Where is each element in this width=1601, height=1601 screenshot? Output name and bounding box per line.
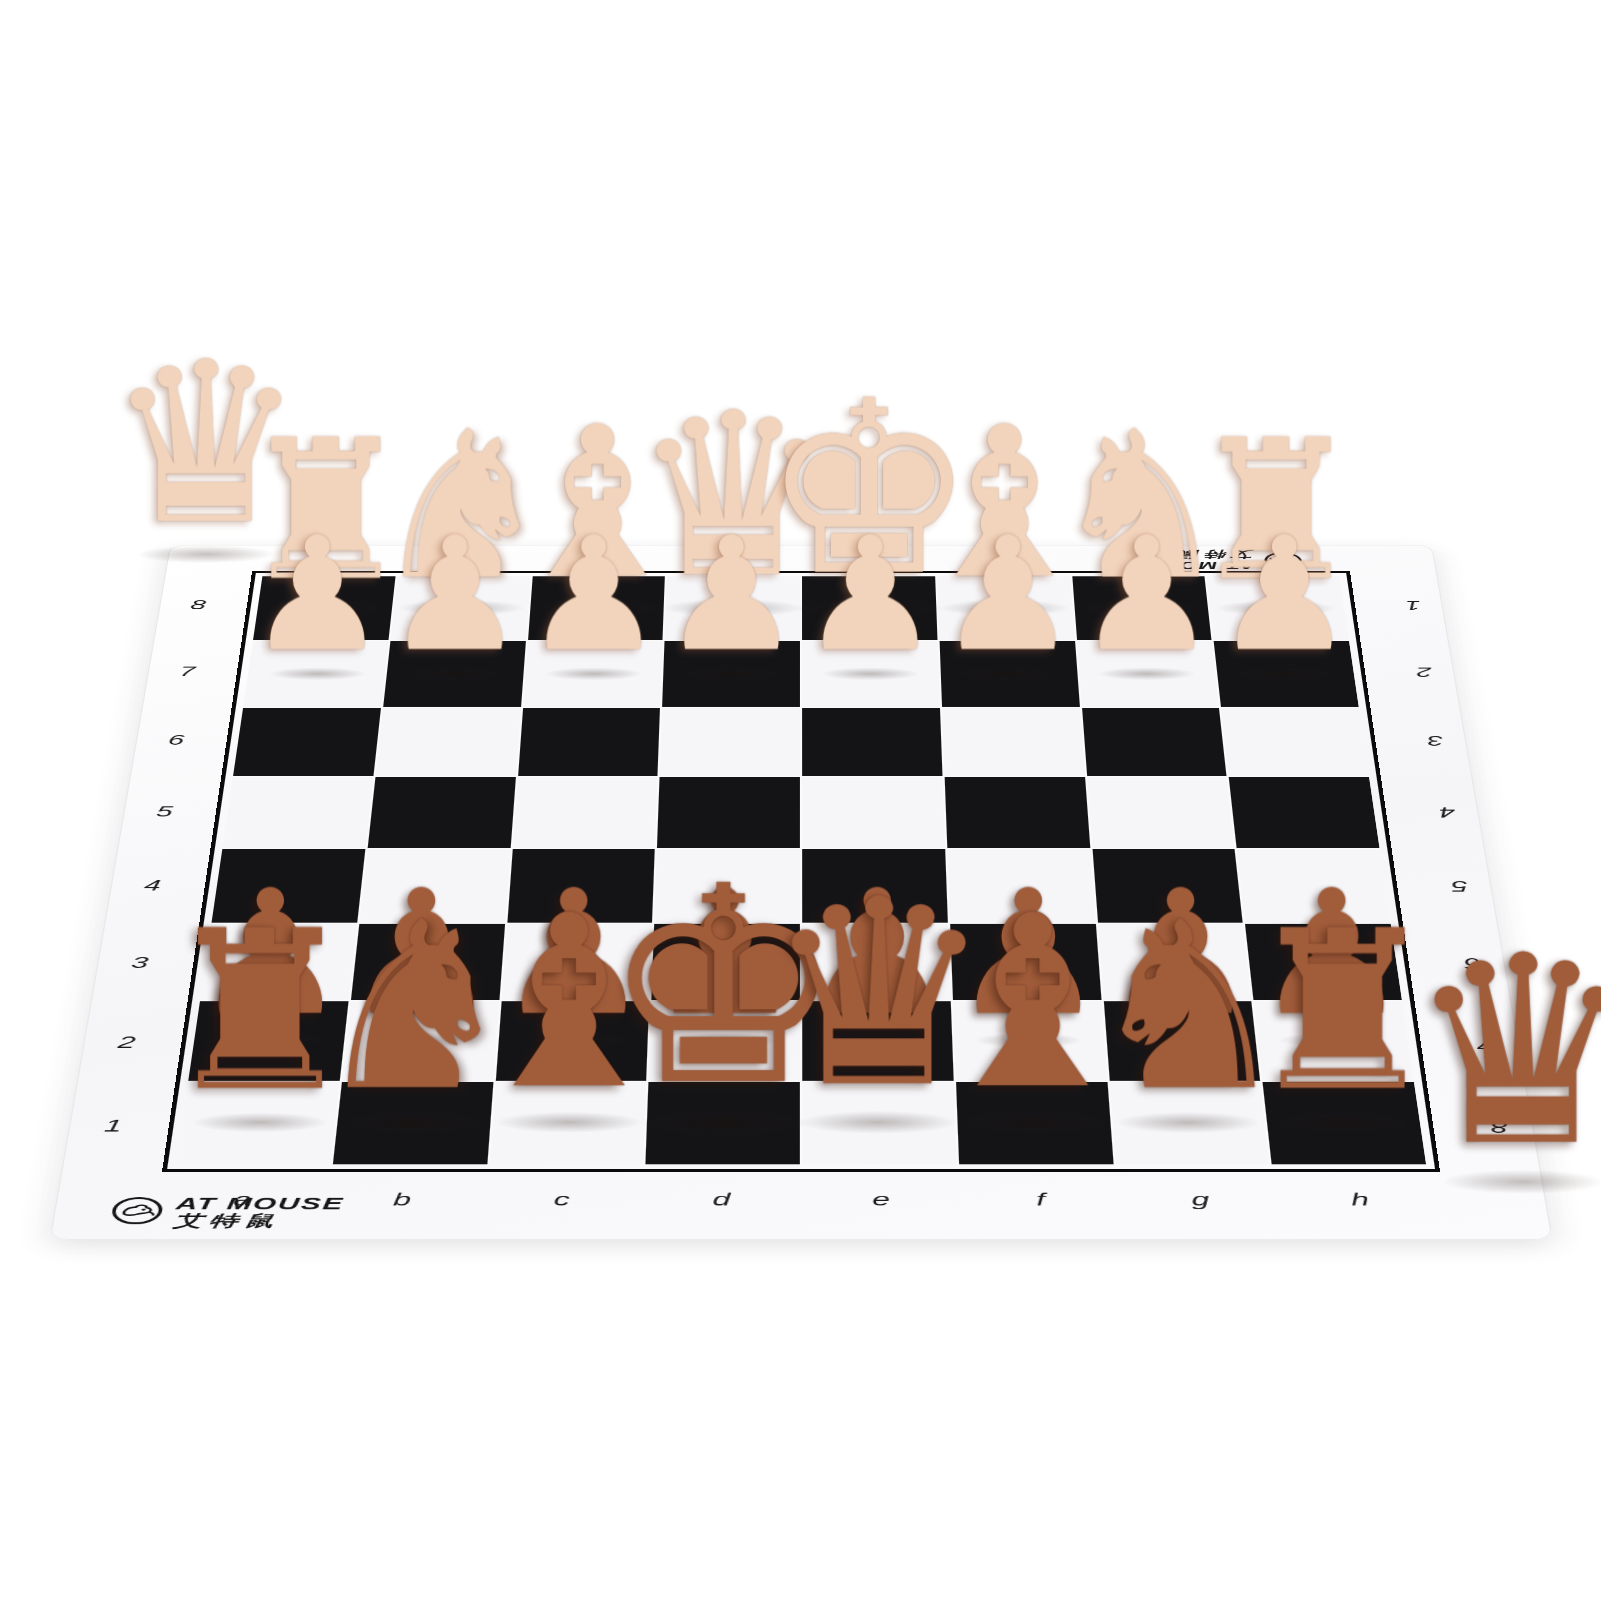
brand-text: AT MOUSE 艾特鼠	[172, 1195, 344, 1229]
brand-name-cn: 艾特鼠	[172, 1212, 281, 1230]
rank-label-left-3: 3	[130, 955, 149, 971]
pawn-glyph: ♟	[1214, 516, 1355, 673]
rank-label-right-4: 4	[1438, 805, 1457, 819]
file-label-b: b	[392, 1191, 411, 1208]
rank-label-left-1: 1	[103, 1118, 123, 1135]
queen-glyph: ♛	[1406, 921, 1601, 1182]
file-label-f: f	[1036, 1191, 1046, 1208]
playing-field: ♜♞♝♛♚♝♞♜♟♟♟♟♟♟♟♟♟♟♟♟♟♟♟♟♜♞♝♚♛♝♞♜♛♛ 87654…	[162, 571, 1440, 1171]
rank-label-left-8: 8	[189, 599, 206, 612]
rank-label-right-5: 5	[1450, 878, 1469, 893]
pawn-glyph: ♟	[1076, 516, 1217, 673]
brand-name-en: AT MOUSE	[175, 1194, 345, 1212]
file-label-g: g	[1191, 1191, 1210, 1208]
pawn-glyph: ♟	[938, 516, 1079, 673]
rank-label-right-2: 2	[1415, 665, 1433, 678]
rank-label-left-7: 7	[178, 665, 196, 678]
rank-label-right-3: 3	[1426, 734, 1444, 748]
pawn-glyph: ♟	[385, 516, 526, 673]
rank-label-left-2: 2	[117, 1035, 137, 1051]
rank-label-left-5: 5	[155, 805, 173, 819]
pieces-layer: ♜♞♝♛♚♝♞♜♟♟♟♟♟♟♟♟♟♟♟♟♟♟♟♟♜♞♝♚♛♝♞♜♛♛	[176, 576, 1426, 1164]
file-label-c: c	[553, 1191, 570, 1208]
pawn-glyph: ♟	[800, 516, 941, 673]
file-label-e: e	[872, 1191, 890, 1208]
pawn-glyph: ♟	[247, 516, 388, 673]
file-label-h: h	[1350, 1191, 1370, 1208]
file-label-d: d	[712, 1191, 730, 1208]
rank-label-left-6: 6	[167, 734, 185, 748]
rank-label-left-4: 4	[143, 878, 162, 893]
chess-mat: ♜♞♝♛♚♝♞♜♟♟♟♟♟♟♟♟♟♟♟♟♟♟♟♟♜♞♝♚♛♝♞♜♛♛ 87654…	[49, 545, 1553, 1240]
pawn-glyph: ♟	[661, 516, 802, 673]
mouse-circle-icon	[107, 1196, 166, 1228]
pawn-glyph: ♟	[523, 516, 664, 673]
product-photo-scene: ♜♞♝♛♚♝♞♜♟♟♟♟♟♟♟♟♟♟♟♟♟♟♟♟♜♞♝♚♛♝♞♜♛♛ 87654…	[0, 0, 1601, 1601]
brand-logo-bottom-left: AT MOUSE 艾特鼠	[107, 1195, 345, 1229]
rank-label-right-1: 1	[1404, 599, 1421, 612]
